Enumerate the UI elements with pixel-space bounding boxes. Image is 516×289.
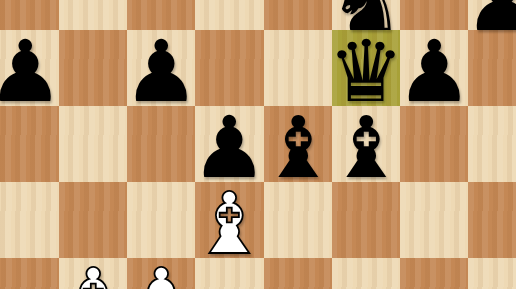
square-f6[interactable]: ♛ — [332, 30, 400, 106]
square-a4[interactable] — [0, 182, 59, 258]
square-g6[interactable]: ♟ — [400, 30, 468, 106]
black-pawn[interactable]: ♟ — [123, 29, 199, 114]
square-a3[interactable] — [0, 258, 59, 289]
square-b7[interactable] — [59, 0, 127, 30]
black-bishop[interactable]: ♝ — [259, 105, 335, 190]
square-b6[interactable] — [59, 30, 127, 106]
white-bishop[interactable]: ♝ — [191, 181, 267, 266]
black-bishop[interactable]: ♝ — [328, 105, 404, 190]
square-h3[interactable]: 3 — [468, 258, 516, 289]
square-b5[interactable] — [59, 106, 127, 182]
square-e6[interactable] — [264, 30, 332, 106]
square-f3[interactable] — [332, 258, 400, 289]
board-viewport: ♜♜♚♞♟♟♟♛♟6♟♝♝5♝4♝♟3♟♛♟♟♟2♜♜♚ — [0, 0, 516, 289]
square-e5[interactable]: ♝ — [264, 106, 332, 182]
square-b4[interactable] — [59, 182, 127, 258]
square-f5[interactable]: ♝ — [332, 106, 400, 182]
square-h7[interactable]: ♟ — [468, 0, 516, 30]
square-g3[interactable] — [400, 258, 468, 289]
black-pawn[interactable]: ♟ — [396, 29, 472, 114]
square-d6[interactable] — [195, 30, 263, 106]
square-a6[interactable]: ♟ — [0, 30, 59, 106]
square-h5[interactable]: 5 — [468, 106, 516, 182]
square-g4[interactable] — [400, 182, 468, 258]
black-pawn[interactable]: ♟ — [0, 29, 63, 114]
square-e3[interactable] — [264, 258, 332, 289]
square-c4[interactable] — [127, 182, 195, 258]
square-h4[interactable]: 4 — [468, 182, 516, 258]
square-d4[interactable]: ♝ — [195, 182, 263, 258]
square-b3[interactable]: ♝ — [59, 258, 127, 289]
square-c6[interactable]: ♟ — [127, 30, 195, 106]
white-bishop[interactable]: ♝ — [55, 257, 131, 289]
square-c3[interactable]: ♟ — [127, 258, 195, 289]
chess-board: ♜♜♚♞♟♟♟♛♟6♟♝♝5♝4♝♟3♟♛♟♟♟2♜♜♚ — [0, 0, 516, 289]
square-d7[interactable] — [195, 0, 263, 30]
white-pawn[interactable]: ♟ — [123, 257, 199, 289]
square-e7[interactable] — [264, 0, 332, 30]
square-d5[interactable]: ♟ — [195, 106, 263, 182]
